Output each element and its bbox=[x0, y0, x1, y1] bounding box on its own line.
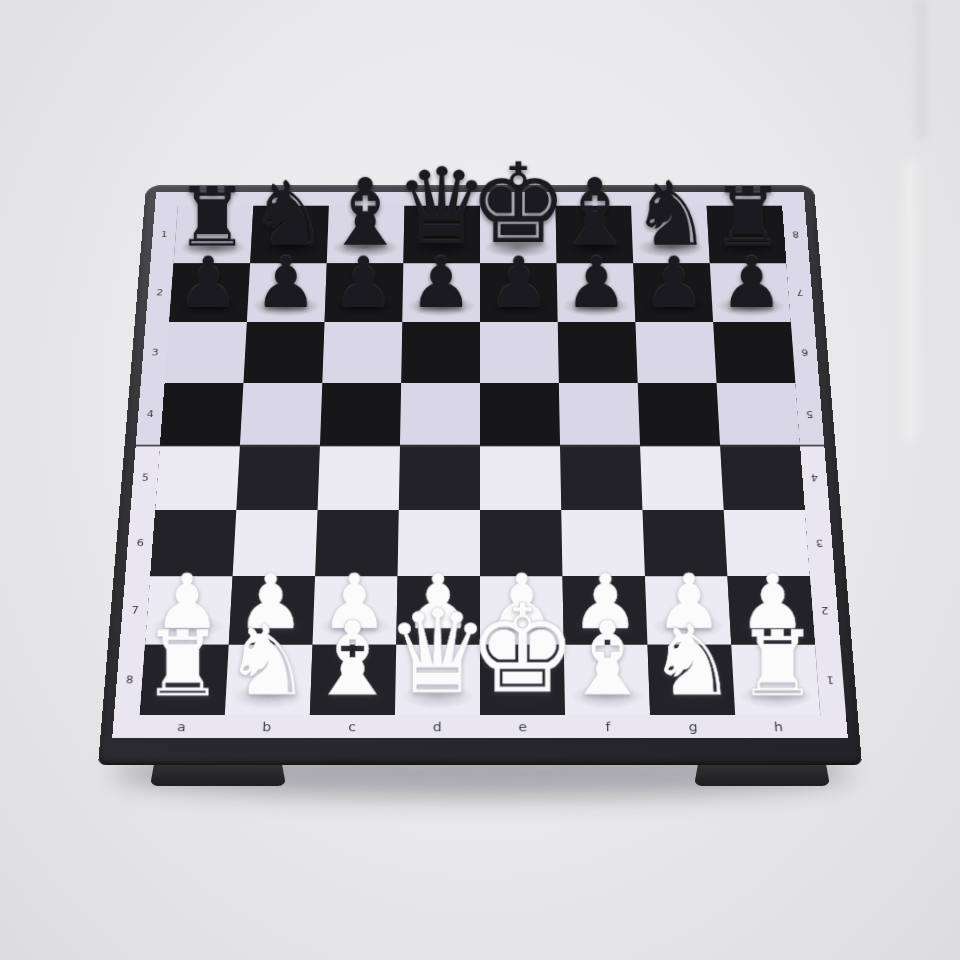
white-knight-piece: ♞ bbox=[223, 611, 312, 710]
square-g4 bbox=[640, 446, 724, 510]
background-streak bbox=[906, 160, 914, 440]
right-edge-cell: 5 bbox=[795, 383, 824, 446]
square-c5 bbox=[320, 383, 401, 446]
bottom-edge-cell: b bbox=[223, 715, 309, 738]
rank-label-left-4: 4 bbox=[146, 409, 154, 420]
square-f1: ♝ bbox=[564, 645, 650, 716]
square-g5 bbox=[638, 383, 720, 446]
bottom-edge-cell: f bbox=[565, 715, 651, 738]
square-g6 bbox=[635, 322, 716, 383]
square-e5 bbox=[480, 383, 560, 446]
square-c7: ♟ bbox=[325, 263, 404, 322]
background-streak bbox=[918, 0, 924, 140]
file-label-g: g bbox=[688, 720, 697, 734]
square-h5 bbox=[717, 383, 801, 446]
square-b5 bbox=[240, 383, 322, 446]
chess-board: 1♜♞♝♛♚♝♞♜82♟♟♟♟♟♟♟♟7364554637♟♟♟♟♟♟♟♟28♜… bbox=[98, 185, 862, 765]
square-a4 bbox=[155, 446, 240, 510]
square-d5 bbox=[400, 383, 480, 446]
square-f5 bbox=[559, 383, 640, 446]
photo-scene: 1♜♞♝♛♚♝♞♜82♟♟♟♟♟♟♟♟7364554637♟♟♟♟♟♟♟♟28♜… bbox=[0, 0, 960, 960]
file-label-a: a bbox=[177, 720, 186, 734]
white-rook-piece: ♜ bbox=[737, 619, 819, 710]
square-a6 bbox=[165, 322, 247, 383]
square-b4 bbox=[236, 446, 320, 510]
square-g1: ♞ bbox=[648, 645, 736, 716]
black-pawn-piece: ♟ bbox=[487, 247, 550, 317]
rank-label-right-6: 6 bbox=[801, 347, 809, 357]
square-f4 bbox=[560, 446, 642, 510]
bottom-edge-cell: e bbox=[480, 715, 566, 738]
rank-label-left-3: 3 bbox=[151, 347, 159, 357]
rank-label-right-5: 5 bbox=[806, 409, 814, 420]
square-a7: ♟ bbox=[169, 263, 250, 322]
square-d7: ♟ bbox=[402, 263, 480, 322]
board-grid: 1♜♞♝♛♚♝♞♜82♟♟♟♟♟♟♟♟7364554637♟♟♟♟♟♟♟♟28♜… bbox=[112, 192, 848, 738]
square-h7: ♟ bbox=[710, 263, 791, 322]
left-edge-cell: 4 bbox=[136, 383, 165, 446]
right-edge-cell: 6 bbox=[791, 322, 819, 383]
bottom-edge-cell: c bbox=[309, 715, 395, 738]
square-b6 bbox=[243, 322, 324, 383]
bottom-edge-cell: g bbox=[650, 715, 736, 738]
right-edge-cell: 4 bbox=[800, 446, 829, 510]
black-pawn-piece: ♟ bbox=[177, 247, 240, 317]
square-d6 bbox=[401, 322, 480, 383]
square-h4 bbox=[720, 446, 805, 510]
square-b1: ♞ bbox=[225, 645, 313, 716]
rank-label-right-8: 8 bbox=[792, 229, 800, 239]
bottom-edge-cell: d bbox=[394, 715, 480, 738]
file-label-e: e bbox=[518, 720, 527, 734]
rank-label-right-3: 3 bbox=[816, 537, 824, 548]
square-e4 bbox=[480, 446, 561, 510]
file-label-c: c bbox=[348, 720, 356, 734]
square-e7: ♟ bbox=[480, 263, 558, 322]
white-rook-piece: ♜ bbox=[142, 619, 224, 710]
white-bishop-piece: ♝ bbox=[561, 607, 653, 710]
rank-label-right-7: 7 bbox=[796, 287, 804, 297]
file-label-f: f bbox=[605, 720, 610, 734]
square-c4 bbox=[318, 446, 400, 510]
square-h6 bbox=[713, 322, 795, 383]
square-c6 bbox=[322, 322, 402, 383]
file-label-b: b bbox=[262, 720, 271, 734]
right-edge-cell: 7 bbox=[786, 263, 814, 322]
black-pawn-piece: ♟ bbox=[410, 247, 473, 317]
rank-label-right-4: 4 bbox=[811, 472, 819, 483]
white-knight-piece: ♞ bbox=[648, 611, 737, 710]
square-d4 bbox=[399, 446, 480, 510]
file-label-d: d bbox=[433, 720, 442, 734]
square-g7: ♟ bbox=[633, 263, 713, 322]
rank-label-left-5: 5 bbox=[141, 472, 149, 483]
black-pawn-piece: ♟ bbox=[332, 247, 395, 317]
bottom-edge-cell: a bbox=[138, 715, 225, 738]
square-e6 bbox=[480, 322, 559, 383]
right-edge-cell: 8 bbox=[782, 206, 809, 263]
file-label-h: h bbox=[774, 720, 784, 734]
black-pawn-piece: ♟ bbox=[565, 247, 628, 317]
frame-corner bbox=[781, 192, 805, 206]
rank-label-left-1: 1 bbox=[160, 229, 168, 239]
black-pawn-piece: ♟ bbox=[643, 247, 706, 317]
rank-label-right-2: 2 bbox=[821, 605, 829, 617]
right-edge-cell: 3 bbox=[805, 510, 835, 576]
left-edge-cell: 3 bbox=[141, 322, 169, 383]
square-b7: ♟ bbox=[247, 263, 327, 322]
right-edge-cell: 1 bbox=[815, 645, 846, 716]
square-c1: ♝ bbox=[310, 645, 396, 716]
rank-label-left-8: 8 bbox=[125, 674, 133, 686]
square-a1: ♜ bbox=[140, 645, 229, 716]
frame-corner bbox=[820, 715, 848, 738]
rank-label-left-6: 6 bbox=[136, 537, 144, 548]
square-a5 bbox=[160, 383, 244, 446]
black-pawn-piece: ♟ bbox=[720, 247, 783, 317]
rank-label-left-7: 7 bbox=[131, 605, 139, 617]
square-f7: ♟ bbox=[557, 263, 636, 322]
rank-label-left-2: 2 bbox=[156, 287, 164, 297]
rank-label-right-1: 1 bbox=[826, 674, 834, 686]
square-h1: ♜ bbox=[731, 645, 820, 716]
square-f6 bbox=[558, 322, 638, 383]
square-e1: ♚ bbox=[480, 645, 565, 716]
bottom-edge-cell: h bbox=[735, 715, 822, 738]
black-pawn-piece: ♟ bbox=[254, 247, 317, 317]
frame-corner bbox=[112, 715, 140, 738]
fold-seam bbox=[136, 445, 825, 447]
